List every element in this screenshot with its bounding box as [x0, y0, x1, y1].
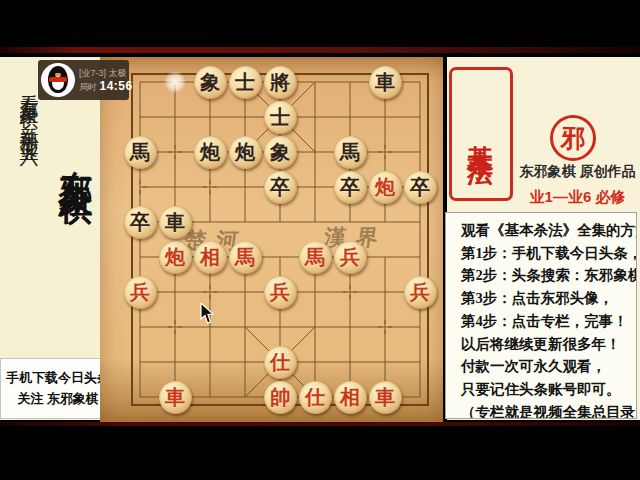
tagline-bottom: 新手秒变业六: [16, 111, 42, 135]
instruction-line: 第3步：点击东邪头像，: [461, 287, 636, 310]
time-value: 14:56: [100, 79, 133, 93]
footer-line-1: 手机下载今日头条: [1, 369, 115, 387]
piece-black[interactable]: 馬: [124, 136, 157, 169]
player-text: [业7-3] 太极 局时 14:56: [79, 67, 133, 94]
mouse-cursor-icon: [200, 303, 216, 325]
piece-black[interactable]: 炮: [194, 136, 227, 169]
footer-line-2: 关注 东邪象棋: [1, 390, 115, 408]
skill-title-box: 基本杀法: [449, 67, 513, 201]
instruction-line: 第1步：手机下载今日头条，: [461, 242, 636, 265]
instruction-line: 第2步：头条搜索：东邪象棋: [461, 264, 636, 287]
piece-black[interactable]: 卒: [264, 171, 297, 204]
piece-red[interactable]: 車: [159, 381, 192, 414]
instruction-line: 只要记住头条账号即可。: [461, 378, 636, 401]
piece-black[interactable]: 象: [194, 66, 227, 99]
qq-penguin-avatar-icon[interactable]: [41, 63, 75, 97]
piece-red[interactable]: 相: [334, 381, 367, 414]
instruction-line: 第4步：点击专栏，完事！: [461, 310, 636, 333]
piece-black[interactable]: 象: [264, 136, 297, 169]
piece-black[interactable]: 卒: [124, 206, 157, 239]
top-accent-line: [0, 47, 640, 53]
instruction-line: 付款一次可永久观看，: [461, 355, 636, 378]
piece-black[interactable]: 將: [264, 66, 297, 99]
penguin-scarf: [49, 77, 67, 82]
piece-red[interactable]: 馬: [299, 241, 332, 274]
piece-red[interactable]: 炮: [369, 171, 402, 204]
instruction-line: （专栏就是视频全集总目录）: [461, 401, 636, 419]
piece-red[interactable]: 兵: [124, 276, 157, 309]
piece-red[interactable]: 仕: [299, 381, 332, 414]
piece-red[interactable]: 仕: [264, 346, 297, 379]
piece-black[interactable]: 車: [159, 206, 192, 239]
piece-red[interactable]: 兵: [264, 276, 297, 309]
piece-red[interactable]: 炮: [159, 241, 192, 274]
instruction-box: 观看《基本杀法》全集的方法第1步：手机下载今日头条，第2步：头条搜索：东邪象棋第…: [445, 212, 637, 419]
penguin-beak: [55, 73, 61, 76]
board-grid[interactable]: 象士將車士馬炮炮象馬卒卒炮卒卒車炮相馬馬兵兵兵兵仕車帥仕相車: [123, 65, 438, 415]
piece-black[interactable]: 炮: [229, 136, 262, 169]
instruction-line: 观看《基本杀法》全集的方法: [461, 219, 636, 242]
piece-black[interactable]: 車: [369, 66, 402, 99]
piece-black[interactable]: 卒: [404, 171, 437, 204]
piece-black[interactable]: 卒: [334, 171, 367, 204]
piece-red[interactable]: 帥: [264, 381, 297, 414]
time-label: 局时: [79, 82, 97, 92]
xie-seal-icon: 邪: [550, 115, 596, 161]
piece-red[interactable]: 車: [369, 381, 402, 414]
sidebar-footer-box: 手机下载今日头条 关注 东邪象棋: [0, 358, 116, 419]
piece-red[interactable]: 相: [194, 241, 227, 274]
course-line: 业1—业6 必修: [515, 188, 640, 207]
piece-red[interactable]: 兵: [404, 276, 437, 309]
credit-line: 东邪象棋 原创作品: [515, 163, 640, 181]
bottom-accent-line: [0, 422, 640, 426]
piece-black[interactable]: 士: [229, 66, 262, 99]
piece-red[interactable]: 馬: [229, 241, 262, 274]
player-time-row: 局时 14:56: [79, 80, 133, 94]
xiangqi-board[interactable]: 楚河 漢界 象士將車士馬炮炮象馬卒卒炮卒卒車炮相馬馬兵兵兵兵仕車帥仕相車: [100, 57, 443, 425]
video-frame: 看东邪象棋 新手秒变业六 东邪象棋 手机下载今日头条 关注 东邪象棋 楚河 漢界…: [0, 0, 640, 480]
left-sidebar: 看东邪象棋 新手秒变业六 东邪象棋 手机下载今日头条 关注 东邪象棋: [0, 57, 100, 420]
skill-title: 基本杀法: [464, 124, 499, 144]
piece-black[interactable]: 馬: [334, 136, 367, 169]
player-info-box: [业7-3] 太极 局时 14:56: [38, 60, 129, 100]
brand-title-vertical: 东邪象棋: [53, 142, 99, 170]
right-panel: 基本杀法 邪 东邪象棋 原创作品 业1—业6 必修 观看《基本杀法》全集的方法第…: [447, 57, 640, 420]
piece-red[interactable]: 兵: [334, 241, 367, 274]
instruction-line: 以后将继续更新很多年！: [461, 333, 636, 356]
piece-black[interactable]: 士: [264, 101, 297, 134]
